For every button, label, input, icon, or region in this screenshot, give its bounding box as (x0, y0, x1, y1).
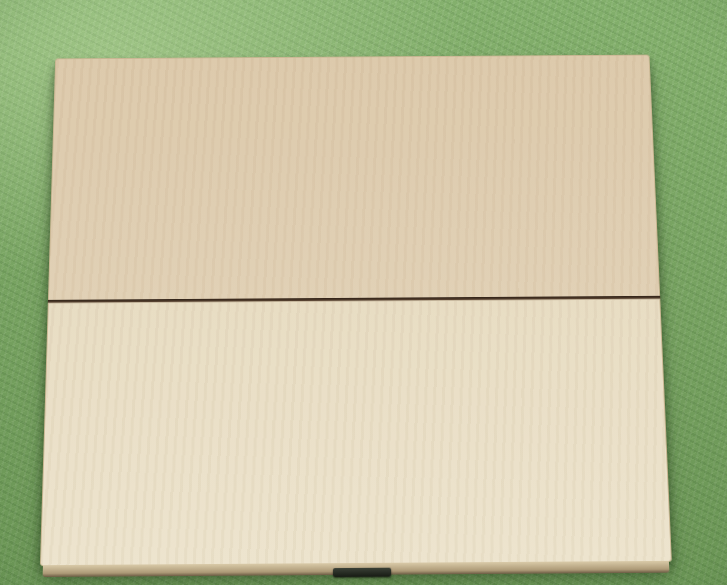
photo-scene (0, 0, 727, 585)
metal-clasp (333, 568, 391, 577)
chess-board (40, 55, 672, 567)
chess-board-grid (41, 55, 671, 565)
